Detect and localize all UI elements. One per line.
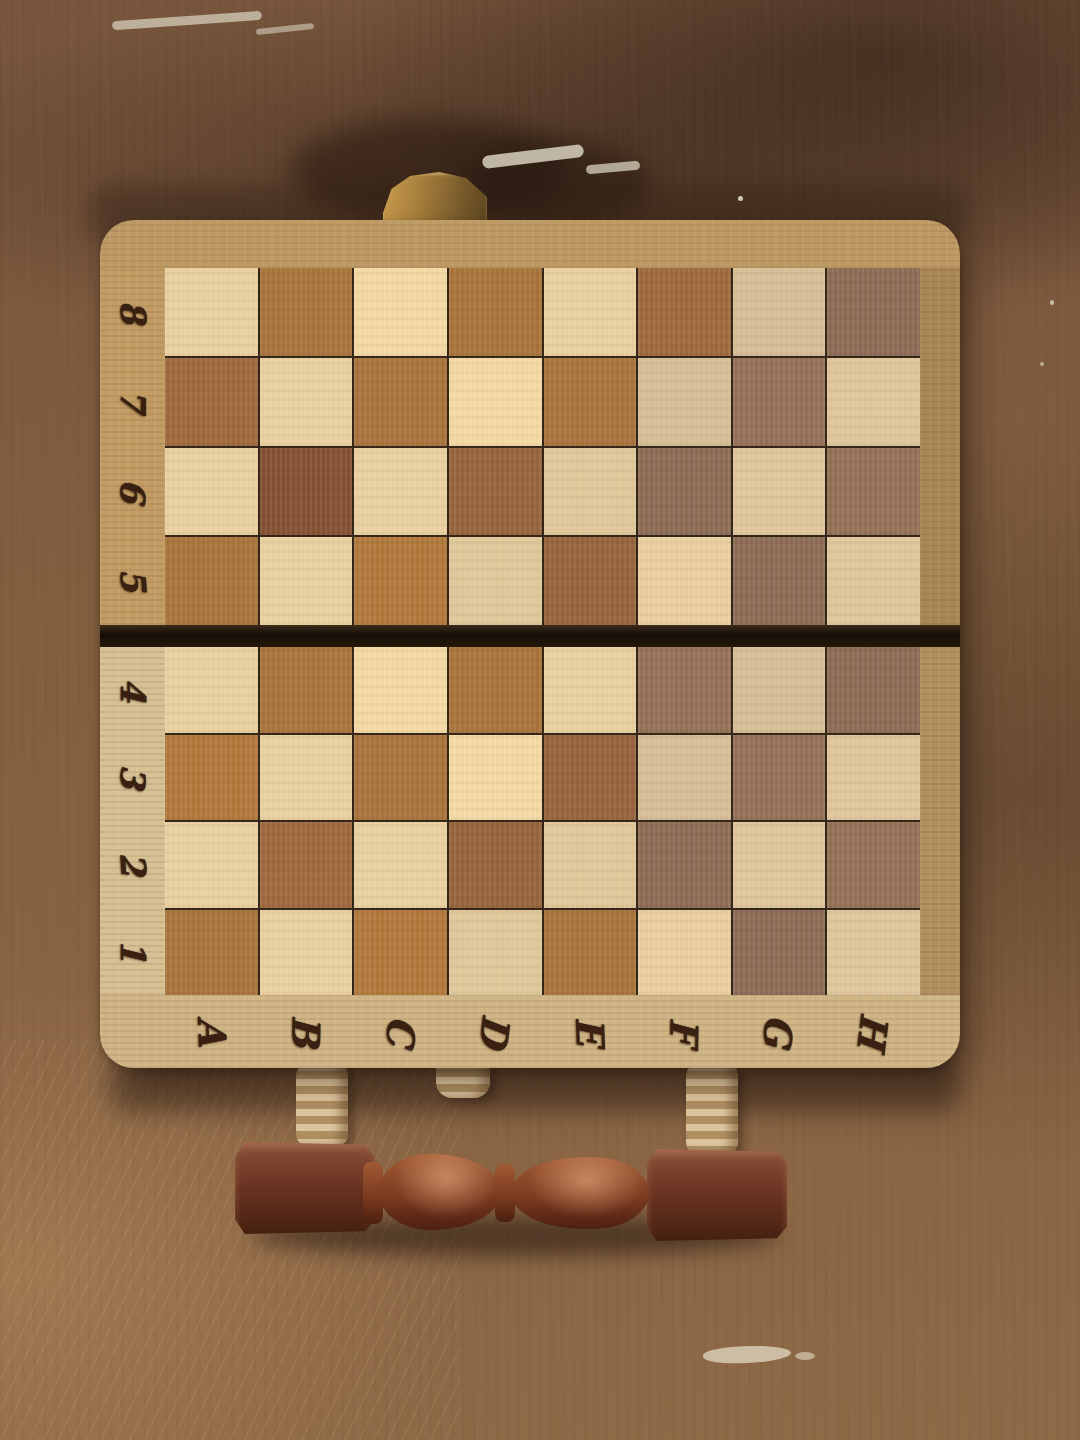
- square-h3: [827, 735, 920, 821]
- square-f3: [638, 735, 731, 821]
- square-b5: [260, 537, 353, 625]
- square-e5: [544, 537, 637, 625]
- square-c6: [354, 448, 447, 536]
- square-d8: [449, 268, 542, 356]
- board-lower-half: 4321ABCDEFGH: [100, 647, 960, 1068]
- handle-grip-bulge: [379, 1154, 501, 1230]
- square-b3: [260, 735, 353, 821]
- squares-bottom: [165, 647, 920, 995]
- square-h7: [827, 358, 920, 446]
- square-c1: [354, 910, 447, 996]
- scratch-mark: [586, 161, 641, 175]
- file-label-d: D: [471, 1012, 520, 1050]
- square-e1: [544, 910, 637, 996]
- square-d6: [449, 448, 542, 536]
- square-d7: [449, 358, 542, 446]
- frame-top: [100, 220, 960, 268]
- square-b6: [260, 448, 353, 536]
- square-c3: [354, 735, 447, 821]
- square-e7: [544, 358, 637, 446]
- rank-label-3: 3: [112, 764, 154, 790]
- rank-label-8: 8: [112, 299, 154, 325]
- square-g4: [733, 647, 826, 733]
- square-g6: [733, 448, 826, 536]
- square-g3: [733, 735, 826, 821]
- file-label-a: A: [189, 1015, 235, 1046]
- handle-left-block: [235, 1142, 375, 1234]
- square-h4: [827, 647, 920, 733]
- square-c5: [354, 537, 447, 625]
- frame-right-upper: [920, 268, 960, 625]
- scratch-mark: [112, 11, 262, 30]
- square-e4: [544, 647, 637, 733]
- square-h8: [827, 268, 920, 356]
- paint-speck: [1040, 362, 1044, 366]
- square-f2: [638, 822, 731, 908]
- rank-label-6: 6: [112, 477, 154, 503]
- square-h5: [827, 537, 920, 625]
- fold-hinge-gap: [100, 625, 960, 647]
- file-label-e: E: [567, 1016, 613, 1047]
- square-c7: [354, 358, 447, 446]
- square-f7: [638, 358, 731, 446]
- square-b4: [260, 647, 353, 733]
- square-g7: [733, 358, 826, 446]
- camera-shadow-arm: [460, 140, 650, 225]
- carry-handle: [235, 1136, 787, 1240]
- square-a2: [165, 822, 258, 908]
- frame-right-lower: [920, 647, 960, 995]
- square-f1: [638, 910, 731, 996]
- scratch-mark: [482, 144, 585, 169]
- file-label-f: F: [661, 1017, 706, 1045]
- square-d4: [449, 647, 542, 733]
- square-a5: [165, 537, 258, 625]
- square-a3: [165, 735, 258, 821]
- square-d1: [449, 910, 542, 996]
- photo-scene: 8765 4321ABCDEFGH: [0, 0, 1080, 1440]
- square-a6: [165, 448, 258, 536]
- square-d5: [449, 537, 542, 625]
- rank-label-4: 4: [113, 678, 153, 702]
- square-b8: [260, 268, 353, 356]
- square-b1: [260, 910, 353, 996]
- latch-tab: [383, 172, 487, 222]
- square-h2: [827, 822, 920, 908]
- square-g2: [733, 822, 826, 908]
- square-e6: [544, 448, 637, 536]
- rank-label-5: 5: [112, 567, 154, 593]
- chess-board: 8765 4321ABCDEFGH: [100, 220, 960, 1068]
- square-h1: [827, 910, 920, 996]
- file-label-g: G: [755, 1013, 802, 1049]
- rank-label-1: 1: [113, 939, 153, 963]
- paint-speck: [1050, 300, 1054, 305]
- square-f6: [638, 448, 731, 536]
- square-e3: [544, 735, 637, 821]
- file-label-h: H: [848, 1010, 897, 1051]
- squares-top: [165, 268, 920, 625]
- scratch-mark: [256, 23, 314, 35]
- square-f4: [638, 647, 731, 733]
- rank-label-7: 7: [113, 389, 153, 413]
- square-a4: [165, 647, 258, 733]
- file-label-c: C: [377, 1014, 424, 1047]
- paint-speck: [738, 196, 743, 201]
- support-spindle-left: [296, 1064, 348, 1146]
- paint-chip: [703, 1344, 792, 1366]
- square-e2: [544, 822, 637, 908]
- square-g5: [733, 537, 826, 625]
- square-a7: [165, 358, 258, 446]
- square-b2: [260, 822, 353, 908]
- square-e8: [544, 268, 637, 356]
- rank-label-2: 2: [112, 851, 154, 877]
- board-upper-half: 8765: [100, 220, 960, 625]
- square-f5: [638, 537, 731, 625]
- square-b7: [260, 358, 353, 446]
- square-a8: [165, 268, 258, 356]
- square-f8: [638, 268, 731, 356]
- paint-chip: [795, 1352, 815, 1360]
- square-g8: [733, 268, 826, 356]
- square-a1: [165, 910, 258, 996]
- square-d2: [449, 822, 542, 908]
- handle-grip-bulge: [511, 1157, 649, 1229]
- file-label-b: B: [284, 1015, 330, 1048]
- square-d3: [449, 735, 542, 821]
- handle-right-block: [647, 1149, 787, 1241]
- square-h6: [827, 448, 920, 536]
- square-g1: [733, 910, 826, 996]
- square-c2: [354, 822, 447, 908]
- square-c4: [354, 647, 447, 733]
- square-c8: [354, 268, 447, 356]
